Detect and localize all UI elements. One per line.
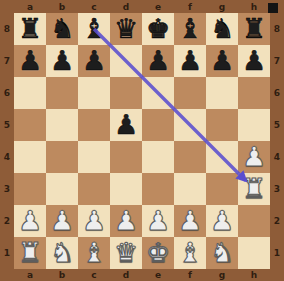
square-g6[interactable] xyxy=(206,77,238,109)
black-pawn[interactable]: ♟ xyxy=(46,45,78,77)
square-f6[interactable] xyxy=(174,77,206,109)
file-label: g xyxy=(206,0,238,13)
white-pawn[interactable]: ♟ xyxy=(142,205,174,237)
square-a4[interactable] xyxy=(14,141,46,173)
square-b1[interactable]: ♞ xyxy=(46,237,78,269)
rank-label: 4 xyxy=(270,141,284,173)
black-rook[interactable]: ♜ xyxy=(14,13,46,45)
square-a8[interactable]: ♜ xyxy=(14,13,46,45)
square-h1[interactable] xyxy=(238,237,270,269)
square-d8[interactable]: ♛ xyxy=(110,13,142,45)
rank-label: 6 xyxy=(270,77,284,109)
square-h5[interactable] xyxy=(238,109,270,141)
rank-label: 1 xyxy=(0,237,14,269)
white-bishop[interactable]: ♝ xyxy=(174,237,206,269)
file-label: d xyxy=(110,269,142,281)
white-pawn[interactable]: ♟ xyxy=(238,141,270,173)
square-c6[interactable] xyxy=(78,77,110,109)
square-c3[interactable] xyxy=(78,173,110,205)
rank-label: 3 xyxy=(270,173,284,205)
square-c7[interactable]: ♟ xyxy=(78,45,110,77)
square-g5[interactable] xyxy=(206,109,238,141)
square-e6[interactable] xyxy=(142,77,174,109)
white-king[interactable]: ♚ xyxy=(142,237,174,269)
square-h7[interactable]: ♟ xyxy=(238,45,270,77)
square-f4[interactable] xyxy=(174,141,206,173)
square-f8[interactable]: ♝ xyxy=(174,13,206,45)
chess-board-frame: abcdefgh abcdefgh 87654321 87654321 ♜♞♝♛… xyxy=(0,0,284,281)
square-a6[interactable] xyxy=(14,77,46,109)
white-pawn[interactable]: ♟ xyxy=(174,205,206,237)
black-knight[interactable]: ♞ xyxy=(46,13,78,45)
square-d3[interactable] xyxy=(110,173,142,205)
rank-label: 2 xyxy=(270,205,284,237)
square-e7[interactable]: ♟ xyxy=(142,45,174,77)
rank-label: 2 xyxy=(0,205,14,237)
file-label: f xyxy=(174,269,206,281)
square-a3[interactable] xyxy=(14,173,46,205)
square-d7[interactable] xyxy=(110,45,142,77)
file-label: f xyxy=(174,0,206,13)
rank-label: 5 xyxy=(0,109,14,141)
square-f7[interactable]: ♟ xyxy=(174,45,206,77)
rank-label: 6 xyxy=(0,77,14,109)
square-e8[interactable]: ♚ xyxy=(142,13,174,45)
rank-label: 8 xyxy=(0,13,14,45)
square-b2[interactable]: ♟ xyxy=(46,205,78,237)
square-c4[interactable] xyxy=(78,141,110,173)
square-h6[interactable] xyxy=(238,77,270,109)
file-label: d xyxy=(110,0,142,13)
white-pawn[interactable]: ♟ xyxy=(46,205,78,237)
rank-label: 5 xyxy=(270,109,284,141)
file-labels-top: abcdefgh xyxy=(14,0,270,13)
file-label: c xyxy=(78,269,110,281)
square-b4[interactable] xyxy=(46,141,78,173)
file-label: e xyxy=(142,269,174,281)
square-a5[interactable] xyxy=(14,109,46,141)
square-c8[interactable]: ♝ xyxy=(78,13,110,45)
file-label: b xyxy=(46,0,78,13)
square-a7[interactable]: ♟ xyxy=(14,45,46,77)
file-label: b xyxy=(46,269,78,281)
black-to-move-indicator xyxy=(268,3,278,13)
square-c2[interactable]: ♟ xyxy=(78,205,110,237)
file-label: e xyxy=(142,0,174,13)
file-label: g xyxy=(206,269,238,281)
square-b3[interactable] xyxy=(46,173,78,205)
square-h2[interactable] xyxy=(238,205,270,237)
square-f2[interactable]: ♟ xyxy=(174,205,206,237)
square-b7[interactable]: ♟ xyxy=(46,45,78,77)
square-h4[interactable]: ♟ xyxy=(238,141,270,173)
black-pawn[interactable]: ♟ xyxy=(142,45,174,77)
black-knight[interactable]: ♞ xyxy=(206,13,238,45)
white-rook[interactable]: ♜ xyxy=(14,237,46,269)
square-g7[interactable]: ♟ xyxy=(206,45,238,77)
square-f1[interactable]: ♝ xyxy=(174,237,206,269)
black-pawn[interactable]: ♟ xyxy=(206,45,238,77)
rank-label: 7 xyxy=(0,45,14,77)
white-queen[interactable]: ♛ xyxy=(110,237,142,269)
file-label: h xyxy=(238,0,270,13)
black-pawn[interactable]: ♟ xyxy=(110,109,142,141)
square-h3[interactable]: ♜ xyxy=(238,173,270,205)
rank-label: 4 xyxy=(0,141,14,173)
square-d5[interactable]: ♟ xyxy=(110,109,142,141)
square-e2[interactable]: ♟ xyxy=(142,205,174,237)
file-label: c xyxy=(78,0,110,13)
black-pawn[interactable]: ♟ xyxy=(14,45,46,77)
rank-label: 8 xyxy=(270,13,284,45)
file-label: h xyxy=(238,269,270,281)
square-c1[interactable]: ♝ xyxy=(78,237,110,269)
black-bishop[interactable]: ♝ xyxy=(174,13,206,45)
white-pawn[interactable]: ♟ xyxy=(110,205,142,237)
white-pawn[interactable]: ♟ xyxy=(78,205,110,237)
black-pawn[interactable]: ♟ xyxy=(78,45,110,77)
white-pawn[interactable]: ♟ xyxy=(14,205,46,237)
rank-labels-left: 87654321 xyxy=(0,13,14,269)
square-g1[interactable]: ♞ xyxy=(206,237,238,269)
square-g8[interactable]: ♞ xyxy=(206,13,238,45)
square-g4[interactable] xyxy=(206,141,238,173)
square-f5[interactable] xyxy=(174,109,206,141)
square-d2[interactable]: ♟ xyxy=(110,205,142,237)
white-knight[interactable]: ♞ xyxy=(46,237,78,269)
file-label: a xyxy=(14,0,46,13)
square-e3[interactable] xyxy=(142,173,174,205)
rank-label: 3 xyxy=(0,173,14,205)
white-bishop[interactable]: ♝ xyxy=(78,237,110,269)
square-g2[interactable]: ♟ xyxy=(206,205,238,237)
black-pawn[interactable]: ♟ xyxy=(238,45,270,77)
square-e4[interactable] xyxy=(142,141,174,173)
square-a2[interactable]: ♟ xyxy=(14,205,46,237)
black-rook[interactable]: ♜ xyxy=(238,13,270,45)
file-labels-bottom: abcdefgh xyxy=(14,269,270,281)
square-d6[interactable] xyxy=(110,77,142,109)
black-pawn[interactable]: ♟ xyxy=(174,45,206,77)
square-d4[interactable] xyxy=(110,141,142,173)
black-king[interactable]: ♚ xyxy=(142,13,174,45)
chess-board[interactable]: ♜♞♝♛♚♝♞♜♟♟♟♟♟♟♟♟♟♜♟♟♟♟♟♟♟♜♞♝♛♚♝♞ xyxy=(14,13,270,269)
square-b8[interactable]: ♞ xyxy=(46,13,78,45)
white-knight[interactable]: ♞ xyxy=(206,237,238,269)
square-h8[interactable]: ♜ xyxy=(238,13,270,45)
square-f3[interactable] xyxy=(174,173,206,205)
square-b5[interactable] xyxy=(46,109,78,141)
square-d1[interactable]: ♛ xyxy=(110,237,142,269)
square-a1[interactable]: ♜ xyxy=(14,237,46,269)
rank-labels-right: 87654321 xyxy=(270,13,284,269)
rank-label: 7 xyxy=(270,45,284,77)
square-c5[interactable] xyxy=(78,109,110,141)
square-b6[interactable] xyxy=(46,77,78,109)
file-label: a xyxy=(14,269,46,281)
square-e1[interactable]: ♚ xyxy=(142,237,174,269)
square-g3[interactable] xyxy=(206,173,238,205)
square-e5[interactable] xyxy=(142,109,174,141)
rank-label: 1 xyxy=(270,237,284,269)
black-bishop[interactable]: ♝ xyxy=(78,13,110,45)
white-rook[interactable]: ♜ xyxy=(238,173,270,205)
white-pawn[interactable]: ♟ xyxy=(206,205,238,237)
black-queen[interactable]: ♛ xyxy=(110,13,142,45)
